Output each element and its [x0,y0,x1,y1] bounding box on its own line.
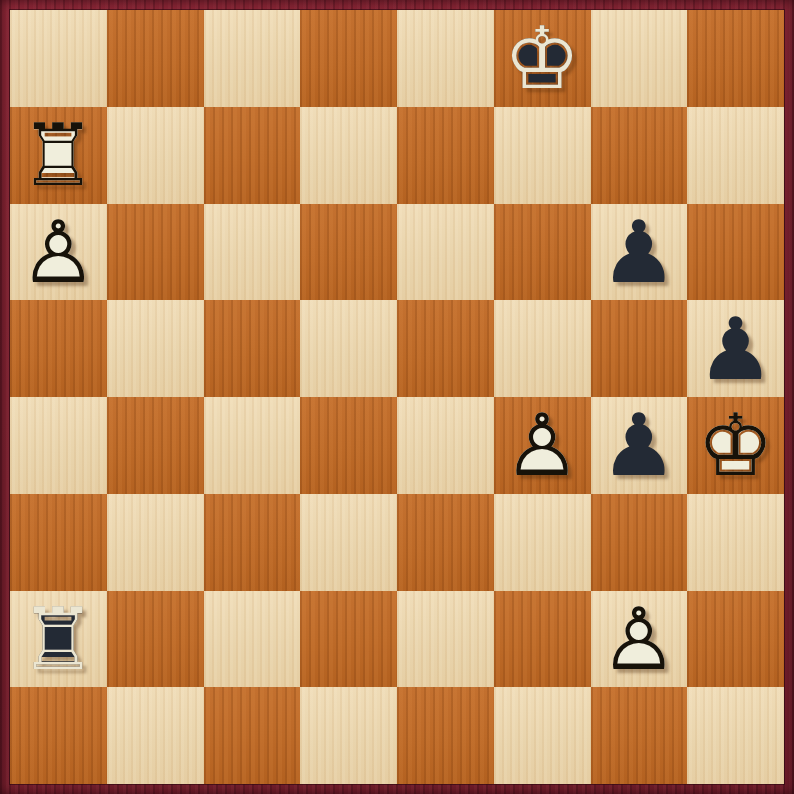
square-c3[interactable] [204,494,301,591]
square-h5[interactable]: ♟ [687,300,784,397]
black-pawn-g6[interactable]: ♟ [591,204,688,301]
square-g7[interactable] [591,107,688,204]
square-b2[interactable] [107,591,204,688]
square-d3[interactable] [300,494,397,591]
square-c4[interactable] [204,397,301,494]
square-g8[interactable] [591,10,688,107]
black-pawn-g4[interactable]: ♟ [591,397,688,494]
square-e3[interactable] [397,494,494,591]
white-pawn-a6[interactable]: ♟♙ [10,204,107,301]
square-g2[interactable]: ♟♙ [591,591,688,688]
square-h2[interactable] [687,591,784,688]
square-h7[interactable] [687,107,784,204]
square-f6[interactable] [494,204,591,301]
square-h4[interactable]: ♚♔ [687,397,784,494]
black-pawn-silhouette: ♟ [687,300,784,397]
white-pawn-g2[interactable]: ♟♙ [591,591,688,688]
chess-board: ♚♔♜♖♟♙♟♟♟♙♟♚♔♜♖♟♙ [10,10,784,784]
square-f5[interactable] [494,300,591,397]
square-f1[interactable] [494,687,591,784]
square-b7[interactable] [107,107,204,204]
square-a4[interactable] [10,397,107,494]
square-a3[interactable] [10,494,107,591]
black-pawn-silhouette: ♟ [591,204,688,301]
square-e2[interactable] [397,591,494,688]
square-h6[interactable] [687,204,784,301]
square-e6[interactable] [397,204,494,301]
square-g1[interactable] [591,687,688,784]
square-d8[interactable] [300,10,397,107]
white-rook-outline: ♖ [10,107,107,204]
square-e5[interactable] [397,300,494,397]
square-f3[interactable] [494,494,591,591]
square-g3[interactable] [591,494,688,591]
square-h3[interactable] [687,494,784,591]
square-d7[interactable] [300,107,397,204]
square-g5[interactable] [591,300,688,397]
square-h8[interactable] [687,10,784,107]
white-king-outline: ♔ [687,397,784,494]
square-d5[interactable] [300,300,397,397]
square-b3[interactable] [107,494,204,591]
square-h1[interactable] [687,687,784,784]
white-rook-a7[interactable]: ♜♖ [10,107,107,204]
square-c6[interactable] [204,204,301,301]
black-pawn-silhouette: ♟ [591,397,688,494]
square-d2[interactable] [300,591,397,688]
square-g6[interactable]: ♟ [591,204,688,301]
square-b1[interactable] [107,687,204,784]
board-frame: ♚♔♜♖♟♙♟♟♟♙♟♚♔♜♖♟♙ [0,0,794,794]
square-b5[interactable] [107,300,204,397]
square-e7[interactable] [397,107,494,204]
square-a2[interactable]: ♜♖ [10,591,107,688]
square-c7[interactable] [204,107,301,204]
square-f7[interactable] [494,107,591,204]
square-a7[interactable]: ♜♖ [10,107,107,204]
square-d1[interactable] [300,687,397,784]
square-c8[interactable] [204,10,301,107]
square-b8[interactable] [107,10,204,107]
white-pawn-f4[interactable]: ♟♙ [494,397,591,494]
square-a5[interactable] [10,300,107,397]
square-e1[interactable] [397,687,494,784]
square-b6[interactable] [107,204,204,301]
square-f4[interactable]: ♟♙ [494,397,591,494]
white-king-h4[interactable]: ♚♔ [687,397,784,494]
square-a6[interactable]: ♟♙ [10,204,107,301]
square-a1[interactable] [10,687,107,784]
square-g4[interactable]: ♟ [591,397,688,494]
black-king-outline: ♔ [494,10,591,107]
black-rook-outline: ♖ [10,591,107,688]
white-pawn-outline: ♙ [494,397,591,494]
black-rook-a2[interactable]: ♜♖ [10,591,107,688]
square-e4[interactable] [397,397,494,494]
black-pawn-h5[interactable]: ♟ [687,300,784,397]
black-king-f8[interactable]: ♚♔ [494,10,591,107]
square-c1[interactable] [204,687,301,784]
square-d6[interactable] [300,204,397,301]
square-f2[interactable] [494,591,591,688]
square-b4[interactable] [107,397,204,494]
square-c5[interactable] [204,300,301,397]
white-pawn-outline: ♙ [591,591,688,688]
square-c2[interactable] [204,591,301,688]
square-d4[interactable] [300,397,397,494]
square-e8[interactable] [397,10,494,107]
square-f8[interactable]: ♚♔ [494,10,591,107]
square-a8[interactable] [10,10,107,107]
white-pawn-outline: ♙ [10,204,107,301]
